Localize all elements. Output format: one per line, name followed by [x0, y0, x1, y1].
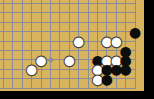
star-point-marker: ◆: [47, 56, 55, 64]
grid-line-vertical: [31, 0, 32, 89]
grid-line-vertical: [22, 0, 23, 89]
grid-line-vertical: [116, 0, 117, 89]
grid-line-vertical: [69, 0, 70, 89]
grid-line-vertical: [59, 0, 60, 89]
grid-line-vertical: [97, 0, 98, 89]
grid-line-vertical: [88, 0, 89, 89]
grid-line-vertical: [135, 0, 136, 89]
grid-line-vertical: [50, 0, 51, 89]
grid-line-vertical: [125, 0, 126, 89]
grid-line-vertical: [12, 0, 13, 89]
grid-line-vertical: [3, 0, 4, 89]
go-board[interactable]: ◆●●●●●●●●●●●●●●●●●●: [0, 0, 144, 91]
grid-line-vertical: [78, 0, 79, 89]
screenshot-root: ◆●●●●●●●●●●●●●●●●●●: [0, 0, 154, 99]
grid-line-vertical: [41, 0, 42, 89]
grid-line-vertical: [106, 0, 107, 89]
